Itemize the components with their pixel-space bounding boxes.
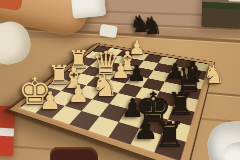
photo-scene: ♚♛♜♜♝♝♞♟♟♟♚♛♝♜♜♟♟♟♟♞♞♟♞: [0, 0, 240, 160]
box-green-accent: [202, 2, 240, 10]
dark-bag: [50, 147, 98, 160]
red-case: [0, 106, 15, 157]
red-case-stripe: [0, 128, 14, 137]
wooden-box: [201, 0, 240, 29]
paper-scrap: [99, 24, 118, 39]
